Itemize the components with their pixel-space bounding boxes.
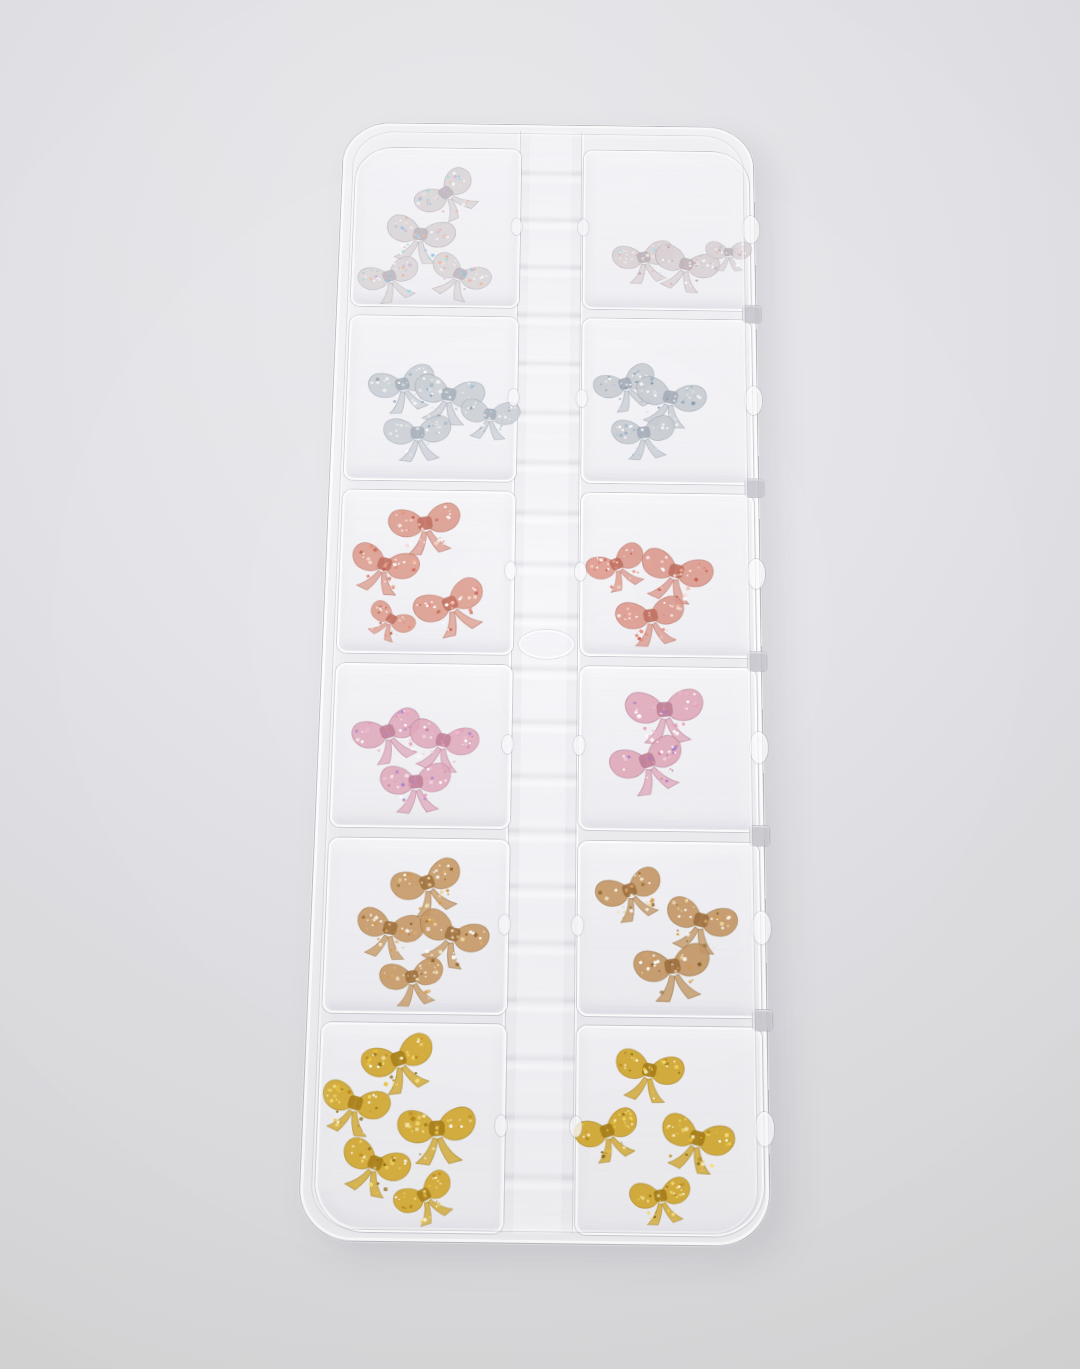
glitter-fleck xyxy=(422,735,426,739)
bow-charm xyxy=(410,164,490,231)
bow-knot xyxy=(441,387,457,401)
blush-pink-holo-bow-cluster xyxy=(580,668,757,831)
glitter-fleck xyxy=(438,535,440,537)
glitter-fleck xyxy=(401,529,404,532)
glitter-fleck xyxy=(473,278,475,280)
glitter-fleck xyxy=(500,425,503,428)
glitter-fleck xyxy=(418,548,420,550)
champagne-bronze-bow-cluster xyxy=(579,842,760,1016)
glitter-fleck xyxy=(678,1213,680,1215)
glitter-fleck xyxy=(423,527,424,528)
glitter-fleck xyxy=(637,572,639,574)
glitter-fleck xyxy=(452,955,456,959)
glitter-fleck xyxy=(397,267,399,269)
glitter-fleck xyxy=(600,564,601,565)
glitter-fleck xyxy=(371,269,373,270)
glitter-fleck xyxy=(653,701,655,703)
glitter-fleck xyxy=(379,943,383,946)
glitter-fleck xyxy=(427,877,430,880)
glitter-fleck xyxy=(619,398,621,400)
silver-holographic-bow-cluster xyxy=(345,317,516,481)
glitter-fleck xyxy=(585,1137,589,1140)
glitter-fleck xyxy=(390,975,393,978)
bow-charm xyxy=(383,415,453,463)
glitter-fleck xyxy=(660,635,662,637)
glitter-fleck xyxy=(420,973,422,975)
glitter-fleck xyxy=(736,261,738,262)
rose-gold-coral-bow-cluster xyxy=(582,494,755,656)
glitter-fleck xyxy=(394,931,395,932)
glitter-fleck xyxy=(670,283,672,285)
glitter-fleck xyxy=(382,1062,383,1063)
glitter-fleck xyxy=(659,444,662,447)
glitter-fleck xyxy=(655,423,658,426)
glitter-fleck xyxy=(397,884,400,887)
glitter-fleck xyxy=(385,930,387,932)
compartment-r3-right xyxy=(580,493,756,659)
glitter-fleck xyxy=(407,975,408,976)
bow-charm xyxy=(420,250,495,309)
glitter-fleck xyxy=(402,947,403,948)
glitter-fleck xyxy=(737,254,739,256)
glitter-fleck xyxy=(406,712,410,715)
glitter-fleck xyxy=(388,609,390,611)
glitter-fleck xyxy=(733,260,735,261)
glitter-fleck xyxy=(742,248,743,249)
glitter-fleck xyxy=(423,753,425,755)
bow-knot xyxy=(664,958,681,974)
glitter-fleck xyxy=(449,763,451,765)
bow-charm xyxy=(409,574,497,645)
glitter-fleck xyxy=(430,383,434,387)
glitter-fleck xyxy=(635,634,639,638)
glitter-fleck xyxy=(618,580,621,583)
glitter-fleck xyxy=(424,1157,427,1159)
glitter-fleck xyxy=(678,1072,680,1074)
glitter-fleck xyxy=(397,786,400,789)
bow-knot xyxy=(643,609,658,623)
glitter-fleck xyxy=(425,442,430,446)
compartment-r2-right xyxy=(581,318,753,485)
glitter-fleck xyxy=(428,1185,430,1187)
glitter-fleck xyxy=(416,754,421,759)
glitter-fleck xyxy=(444,421,448,425)
glitter-fleck xyxy=(336,1110,339,1113)
glitter-fleck xyxy=(397,421,400,423)
glitter-fleck xyxy=(427,415,430,418)
glitter-fleck xyxy=(651,255,655,258)
golden-yellow-bow-cluster xyxy=(577,1027,763,1235)
glitter-fleck xyxy=(443,234,445,236)
glitter-fleck xyxy=(640,630,643,633)
glitter-fleck xyxy=(666,398,668,400)
glitter-fleck xyxy=(674,1061,676,1063)
glitter-fleck xyxy=(437,964,439,966)
glitter-fleck xyxy=(365,1158,367,1160)
glitter-fleck xyxy=(420,1043,423,1046)
glitter-fleck xyxy=(355,730,358,733)
glitter-fleck xyxy=(384,290,386,292)
glitter-fleck xyxy=(645,734,648,737)
glitter-fleck xyxy=(601,1151,604,1154)
bow-charm xyxy=(351,906,427,964)
glitter-fleck xyxy=(658,588,661,591)
glitter-fleck xyxy=(628,1127,630,1129)
glitter-fleck xyxy=(701,1169,703,1171)
golden-yellow-bow-cluster xyxy=(315,1024,504,1232)
glitter-fleck xyxy=(585,1131,587,1132)
glitter-fleck xyxy=(439,537,441,538)
glitter-fleck xyxy=(415,1072,417,1074)
latch-bump xyxy=(742,216,759,244)
glitter-fleck xyxy=(389,1075,394,1079)
glitter-fleck xyxy=(648,735,652,739)
compartment-r6-right xyxy=(575,1025,765,1237)
glitter-fleck xyxy=(464,958,466,960)
glitter-fleck xyxy=(725,1133,729,1137)
bow-charm xyxy=(313,1077,394,1142)
glitter-fleck xyxy=(611,587,613,589)
silver-holographic-bow-cluster xyxy=(583,320,752,484)
glitter-fleck xyxy=(621,1142,623,1144)
compartment-r6-left xyxy=(313,1022,506,1234)
glitter-fleck xyxy=(643,954,645,956)
glitter-fleck xyxy=(623,911,626,914)
lid-clip xyxy=(753,1010,773,1031)
glitter-fleck xyxy=(648,958,651,960)
spine-nub xyxy=(570,1116,582,1137)
glitter-fleck xyxy=(442,236,445,238)
bow-knot xyxy=(724,248,733,256)
glitter-fleck xyxy=(436,231,439,234)
glitter-fleck xyxy=(430,750,434,753)
bow-charm xyxy=(653,1111,738,1181)
photo-canvas xyxy=(0,0,1080,1369)
glitter-fleck xyxy=(455,260,456,261)
glitter-fleck xyxy=(442,543,445,545)
glitter-fleck xyxy=(425,728,429,731)
glitter-fleck xyxy=(632,454,634,456)
glitter-fleck xyxy=(376,1159,378,1161)
glitter-fleck xyxy=(426,927,430,931)
glitter-fleck xyxy=(453,760,456,763)
glitter-fleck xyxy=(335,1123,338,1126)
glitter-fleck xyxy=(458,1126,460,1128)
glitter-fleck xyxy=(489,417,491,418)
glitter-fleck xyxy=(434,923,437,926)
glitter-fleck xyxy=(697,285,699,287)
glitter-fleck xyxy=(686,940,688,942)
glitter-fleck xyxy=(677,1205,679,1207)
glitter-fleck xyxy=(413,436,415,438)
glitter-fleck xyxy=(356,738,360,741)
glitter-fleck xyxy=(637,1198,639,1200)
glitter-fleck xyxy=(499,428,502,431)
glitter-fleck xyxy=(371,384,373,386)
glitter-fleck xyxy=(416,978,419,981)
glitter-fleck xyxy=(397,450,401,453)
glitter-fleck xyxy=(671,770,673,772)
bow-charm xyxy=(632,942,717,1006)
glitter-fleck xyxy=(646,254,650,257)
bow-charm xyxy=(358,1030,444,1102)
glitter-fleck xyxy=(701,1162,704,1165)
glitter-fleck xyxy=(436,380,440,383)
glitter-fleck xyxy=(676,929,679,932)
bow-knot xyxy=(409,775,423,789)
glitter-fleck xyxy=(359,1117,363,1121)
glitter-fleck xyxy=(683,957,687,961)
glitter-fleck xyxy=(674,1065,678,1069)
glitter-fleck xyxy=(395,226,397,228)
glitter-fleck xyxy=(646,953,649,956)
glitter-fleck xyxy=(430,387,432,389)
glitter-fleck xyxy=(436,876,439,879)
latch-bump xyxy=(747,559,765,589)
latch-bump xyxy=(745,386,762,415)
glitter-fleck xyxy=(627,755,630,758)
glitter-fleck xyxy=(385,588,388,591)
compartment-r1-left xyxy=(350,147,521,308)
glitter-fleck xyxy=(447,176,450,178)
glitter-fleck xyxy=(423,1194,426,1197)
glitter-fleck xyxy=(415,1056,418,1059)
glitter-fleck xyxy=(691,979,693,981)
glitter-fleck xyxy=(424,371,427,374)
iridescent-crystal-bow-cluster xyxy=(352,149,519,307)
glitter-fleck xyxy=(431,253,435,257)
storage-case xyxy=(298,123,770,1246)
glitter-fleck xyxy=(435,518,438,521)
glitter-fleck xyxy=(461,271,463,273)
glitter-fleck xyxy=(399,795,403,799)
bow-charm xyxy=(610,1047,686,1107)
glitter-fleck xyxy=(498,415,501,418)
bow-knot xyxy=(382,921,397,936)
glitter-fleck xyxy=(446,1205,449,1208)
compartment-r2-left xyxy=(343,315,518,482)
glitter-fleck xyxy=(416,202,420,205)
glitter-fleck xyxy=(442,210,445,213)
latch-bump xyxy=(755,1112,774,1147)
glitter-fleck xyxy=(619,1064,622,1067)
glitter-fleck xyxy=(659,272,661,273)
glitter-fleck xyxy=(644,258,647,261)
glitter-fleck xyxy=(408,529,410,531)
glitter-fleck xyxy=(683,597,687,601)
bow-charm xyxy=(387,501,466,558)
glitter-fleck xyxy=(400,226,403,229)
glitter-fleck xyxy=(390,384,394,387)
bow-charm xyxy=(378,956,448,1010)
compartment-r4-right xyxy=(578,666,758,832)
spine-nub xyxy=(578,219,589,236)
bow-charm xyxy=(380,762,453,815)
glitter-fleck xyxy=(433,606,436,609)
glitter-fleck xyxy=(431,954,433,956)
bow-charm xyxy=(343,540,423,601)
glitter-fleck xyxy=(393,400,397,403)
glitter-fleck xyxy=(409,742,413,746)
glitter-fleck xyxy=(391,1156,394,1159)
glitter-fleck xyxy=(447,893,449,895)
glitter-fleck xyxy=(394,967,395,968)
glitter-fleck xyxy=(619,254,621,256)
glitter-fleck xyxy=(377,749,380,752)
glitter-fleck xyxy=(672,901,676,905)
glitter-fleck xyxy=(456,935,459,938)
glitter-fleck xyxy=(486,411,487,412)
glitter-fleck xyxy=(415,1128,419,1131)
glitter-fleck xyxy=(403,710,405,711)
glitter-fleck xyxy=(470,611,473,614)
glitter-fleck xyxy=(742,245,744,246)
glitter-fleck xyxy=(431,732,433,734)
glitter-fleck xyxy=(629,1112,632,1115)
glitter-fleck xyxy=(419,197,422,200)
glitter-fleck xyxy=(618,426,621,429)
glitter-fleck xyxy=(414,393,417,395)
glitter-fleck xyxy=(712,947,715,950)
glitter-fleck xyxy=(671,746,674,748)
glitter-fleck xyxy=(436,612,438,614)
glitter-fleck xyxy=(417,880,418,881)
glitter-fleck xyxy=(704,1160,706,1162)
spine-nub xyxy=(576,390,587,408)
glitter-fleck xyxy=(624,261,627,264)
glitter-fleck xyxy=(660,714,662,716)
glitter-fleck xyxy=(618,582,621,585)
glitter-fleck xyxy=(406,243,409,246)
glitter-fleck xyxy=(407,382,408,383)
glitter-fleck xyxy=(677,1075,679,1077)
glitter-fleck xyxy=(447,618,449,620)
spine-center-emboss xyxy=(518,630,574,660)
glitter-fleck xyxy=(649,727,651,729)
glitter-fleck xyxy=(632,251,636,254)
glitter-fleck xyxy=(389,580,391,582)
glitter-fleck xyxy=(627,620,629,621)
glitter-fleck xyxy=(409,226,413,229)
glitter-fleck xyxy=(622,1146,626,1149)
glitter-fleck xyxy=(468,732,472,735)
glitter-fleck xyxy=(327,1089,329,1091)
glitter-fleck xyxy=(394,566,398,570)
glitter-fleck xyxy=(359,1153,363,1157)
glitter-fleck xyxy=(641,1197,644,1200)
glitter-fleck xyxy=(395,268,397,270)
glitter-fleck xyxy=(366,1056,369,1059)
glitter-fleck xyxy=(696,265,698,267)
compartment-r5-left xyxy=(322,837,510,1015)
glitter-fleck xyxy=(587,1134,590,1137)
glitter-fleck xyxy=(438,261,442,264)
glitter-fleck xyxy=(671,605,674,608)
glitter-fleck xyxy=(389,278,390,279)
glitter-fleck xyxy=(381,750,383,752)
glitter-fleck xyxy=(408,1111,413,1116)
glitter-fleck xyxy=(334,1119,337,1122)
rose-gold-coral-bow-cluster xyxy=(338,491,513,653)
glitter-fleck xyxy=(646,901,649,903)
glitter-fleck xyxy=(424,794,427,797)
glitter-fleck xyxy=(391,631,392,632)
glitter-fleck xyxy=(424,390,427,392)
glitter-fleck xyxy=(696,259,698,261)
glitter-fleck xyxy=(663,708,666,710)
glitter-fleck xyxy=(471,382,475,386)
glitter-fleck xyxy=(617,911,621,914)
glitter-fleck xyxy=(459,185,460,186)
glitter-fleck xyxy=(370,914,372,916)
glitter-fleck xyxy=(396,949,399,952)
glitter-fleck xyxy=(646,1211,651,1215)
glitter-fleck xyxy=(374,922,378,926)
glitter-fleck xyxy=(419,1078,421,1080)
glitter-fleck xyxy=(474,592,478,595)
bow-charm xyxy=(355,254,428,309)
glitter-fleck xyxy=(383,1082,388,1087)
glitter-fleck xyxy=(640,639,643,642)
bow-knot xyxy=(405,970,419,984)
bow-knot xyxy=(637,426,651,438)
glitter-fleck xyxy=(662,628,665,631)
glitter-fleck xyxy=(440,890,444,894)
case-perspective-wrap xyxy=(298,123,770,1246)
glitter-fleck xyxy=(422,1130,424,1132)
glitter-fleck xyxy=(419,1153,421,1155)
latch-bump xyxy=(750,732,768,764)
glitter-fleck xyxy=(455,963,459,967)
glitter-fleck xyxy=(605,381,607,383)
glitter-fleck xyxy=(651,729,653,731)
glitter-fleck xyxy=(628,570,630,572)
glitter-fleck xyxy=(676,933,678,935)
glitter-fleck xyxy=(429,1216,431,1218)
glitter-fleck xyxy=(429,781,433,785)
glitter-fleck xyxy=(720,922,724,926)
glitter-fleck xyxy=(450,868,453,871)
glitter-fleck xyxy=(389,275,391,277)
spine-nub xyxy=(573,736,584,755)
glitter-fleck xyxy=(435,1131,438,1134)
glitter-fleck xyxy=(666,1186,668,1188)
glitter-fleck xyxy=(371,628,374,630)
glitter-fleck xyxy=(630,894,633,897)
glitter-fleck xyxy=(435,423,438,426)
glitter-fleck xyxy=(674,970,677,973)
glitter-fleck xyxy=(412,539,414,541)
glitter-fleck xyxy=(431,959,435,962)
glitter-fleck xyxy=(709,1163,714,1168)
latch-bump xyxy=(752,911,771,944)
glitter-fleck xyxy=(421,401,424,403)
bow-charm xyxy=(359,598,419,649)
glitter-fleck xyxy=(618,1113,620,1115)
compartment-r5-right xyxy=(577,841,762,1019)
glitter-fleck xyxy=(442,622,444,624)
glitter-fleck xyxy=(388,923,390,925)
glitter-fleck xyxy=(442,540,445,542)
glitter-fleck xyxy=(385,1166,389,1169)
lid-clip xyxy=(750,826,769,846)
glitter-fleck xyxy=(695,279,698,282)
glitter-fleck xyxy=(368,722,371,725)
champagne-bronze-bow-cluster xyxy=(324,839,508,1013)
glitter-fleck xyxy=(672,1213,675,1216)
glitter-fleck xyxy=(616,433,620,436)
glitter-fleck xyxy=(641,883,645,887)
